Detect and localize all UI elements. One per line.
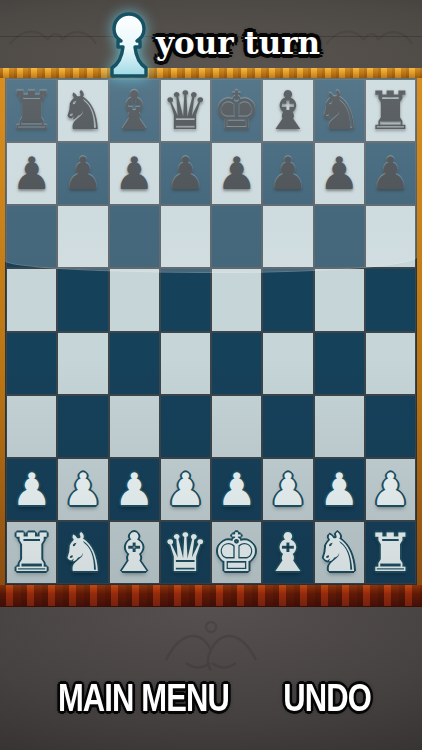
square-c2[interactable]: ♟ xyxy=(109,458,160,521)
square-d3[interactable] xyxy=(160,395,211,458)
square-e3[interactable] xyxy=(211,395,262,458)
piece-black-knight-b8[interactable]: ♞ xyxy=(59,84,107,137)
piece-white-pawn-d2[interactable]: ♟ xyxy=(165,467,205,512)
main-menu-button[interactable]: MAIN MENU xyxy=(58,675,229,720)
piece-black-pawn-c7[interactable]: ♟ xyxy=(114,151,154,196)
square-g5[interactable] xyxy=(314,268,365,331)
frame-bottom-edge xyxy=(0,585,422,607)
square-h1[interactable]: ♜ xyxy=(365,521,416,584)
square-d8[interactable]: ♛ xyxy=(160,79,211,142)
damask-ornament xyxy=(156,615,266,675)
piece-white-pawn-g2[interactable]: ♟ xyxy=(319,467,359,512)
square-g8[interactable]: ♞ xyxy=(314,79,365,142)
piece-black-pawn-b7[interactable]: ♟ xyxy=(63,151,103,196)
piece-black-pawn-d7[interactable]: ♟ xyxy=(165,151,205,196)
piece-black-rook-a8[interactable]: ♜ xyxy=(8,84,56,137)
square-b8[interactable]: ♞ xyxy=(57,79,108,142)
app-screen: your turn ♜♞♝♛♚♝♞♜♟♟♟♟♟♟♟♟♟♟♟♟♟♟♟♟♜♞♝♛♚♝… xyxy=(0,0,422,750)
square-a2[interactable]: ♟ xyxy=(6,458,57,521)
square-b7[interactable]: ♟ xyxy=(57,142,108,205)
square-c5[interactable] xyxy=(109,268,160,331)
square-h2[interactable]: ♟ xyxy=(365,458,416,521)
square-h4[interactable] xyxy=(365,332,416,395)
piece-black-pawn-e7[interactable]: ♟ xyxy=(216,151,256,196)
piece-black-knight-g8[interactable]: ♞ xyxy=(315,84,363,137)
square-b4[interactable] xyxy=(57,332,108,395)
square-c8[interactable]: ♝ xyxy=(109,79,160,142)
square-e1[interactable]: ♚ xyxy=(211,521,262,584)
square-g1[interactable]: ♞ xyxy=(314,521,365,584)
piece-white-knight-b1[interactable]: ♞ xyxy=(59,526,107,579)
square-g3[interactable] xyxy=(314,395,365,458)
square-a7[interactable]: ♟ xyxy=(6,142,57,205)
square-f7[interactable]: ♟ xyxy=(262,142,313,205)
piece-black-rook-h8[interactable]: ♜ xyxy=(367,84,415,137)
piece-black-king-e8[interactable]: ♚ xyxy=(213,84,261,137)
square-c1[interactable]: ♝ xyxy=(109,521,160,584)
chess-board: ♜♞♝♛♚♝♞♜♟♟♟♟♟♟♟♟♟♟♟♟♟♟♟♟♜♞♝♛♚♝♞♜ xyxy=(5,78,417,585)
square-c6[interactable] xyxy=(109,205,160,268)
square-g4[interactable] xyxy=(314,332,365,395)
square-a4[interactable] xyxy=(6,332,57,395)
piece-white-queen-d1[interactable]: ♛ xyxy=(162,526,210,579)
square-h6[interactable] xyxy=(365,205,416,268)
piece-white-rook-h1[interactable]: ♜ xyxy=(367,526,415,579)
square-d5[interactable] xyxy=(160,268,211,331)
undo-button[interactable]: UNDO xyxy=(283,675,371,720)
square-f3[interactable] xyxy=(262,395,313,458)
square-h3[interactable] xyxy=(365,395,416,458)
square-h8[interactable]: ♜ xyxy=(365,79,416,142)
square-d2[interactable]: ♟ xyxy=(160,458,211,521)
piece-white-pawn-f2[interactable]: ♟ xyxy=(268,467,308,512)
piece-white-knight-g1[interactable]: ♞ xyxy=(315,526,363,579)
piece-white-bishop-c1[interactable]: ♝ xyxy=(110,526,158,579)
square-a6[interactable] xyxy=(6,205,57,268)
square-a8[interactable]: ♜ xyxy=(6,79,57,142)
piece-black-pawn-f7[interactable]: ♟ xyxy=(268,151,308,196)
square-g7[interactable]: ♟ xyxy=(314,142,365,205)
square-a1[interactable]: ♜ xyxy=(6,521,57,584)
piece-black-pawn-h7[interactable]: ♟ xyxy=(370,151,410,196)
square-e7[interactable]: ♟ xyxy=(211,142,262,205)
square-e8[interactable]: ♚ xyxy=(211,79,262,142)
square-a5[interactable] xyxy=(6,268,57,331)
square-e6[interactable] xyxy=(211,205,262,268)
square-b5[interactable] xyxy=(57,268,108,331)
square-d6[interactable] xyxy=(160,205,211,268)
piece-black-bishop-f8[interactable]: ♝ xyxy=(264,84,312,137)
square-f6[interactable] xyxy=(262,205,313,268)
white-pawn-turn-icon xyxy=(98,10,160,82)
square-a3[interactable] xyxy=(6,395,57,458)
square-f8[interactable]: ♝ xyxy=(262,79,313,142)
square-h7[interactable]: ♟ xyxy=(365,142,416,205)
bottom-bar: MAIN MENU UNDO xyxy=(0,607,422,750)
piece-black-pawn-g7[interactable]: ♟ xyxy=(319,151,359,196)
piece-white-king-e1[interactable]: ♚ xyxy=(213,526,261,579)
square-f1[interactable]: ♝ xyxy=(262,521,313,584)
square-b1[interactable]: ♞ xyxy=(57,521,108,584)
frame-right-edge xyxy=(417,78,422,585)
square-d4[interactable] xyxy=(160,332,211,395)
square-f2[interactable]: ♟ xyxy=(262,458,313,521)
piece-white-rook-a1[interactable]: ♜ xyxy=(8,526,56,579)
piece-white-pawn-a2[interactable]: ♟ xyxy=(11,467,51,512)
turn-status-text: your turn xyxy=(0,26,422,60)
square-e5[interactable] xyxy=(211,268,262,331)
square-e2[interactable]: ♟ xyxy=(211,458,262,521)
board-frame: ♜♞♝♛♚♝♞♜♟♟♟♟♟♟♟♟♟♟♟♟♟♟♟♟♜♞♝♛♚♝♞♜ xyxy=(0,68,422,607)
square-h5[interactable] xyxy=(365,268,416,331)
square-b2[interactable]: ♟ xyxy=(57,458,108,521)
piece-white-pawn-b2[interactable]: ♟ xyxy=(63,467,103,512)
piece-white-pawn-c2[interactable]: ♟ xyxy=(114,467,154,512)
square-f4[interactable] xyxy=(262,332,313,395)
square-g6[interactable] xyxy=(314,205,365,268)
piece-white-pawn-h2[interactable]: ♟ xyxy=(370,467,410,512)
square-g2[interactable]: ♟ xyxy=(314,458,365,521)
square-c3[interactable] xyxy=(109,395,160,458)
square-d7[interactable]: ♟ xyxy=(160,142,211,205)
piece-black-bishop-c8[interactable]: ♝ xyxy=(110,84,158,137)
square-b6[interactable] xyxy=(57,205,108,268)
piece-black-pawn-a7[interactable]: ♟ xyxy=(11,151,51,196)
piece-white-pawn-e2[interactable]: ♟ xyxy=(216,467,256,512)
frame-top-edge xyxy=(0,68,422,78)
piece-black-queen-d8[interactable]: ♛ xyxy=(162,84,210,137)
square-c4[interactable] xyxy=(109,332,160,395)
square-b3[interactable] xyxy=(57,395,108,458)
status-bar: your turn xyxy=(0,0,422,68)
square-e4[interactable] xyxy=(211,332,262,395)
piece-white-bishop-f1[interactable]: ♝ xyxy=(264,526,312,579)
square-c7[interactable]: ♟ xyxy=(109,142,160,205)
square-d1[interactable]: ♛ xyxy=(160,521,211,584)
square-f5[interactable] xyxy=(262,268,313,331)
